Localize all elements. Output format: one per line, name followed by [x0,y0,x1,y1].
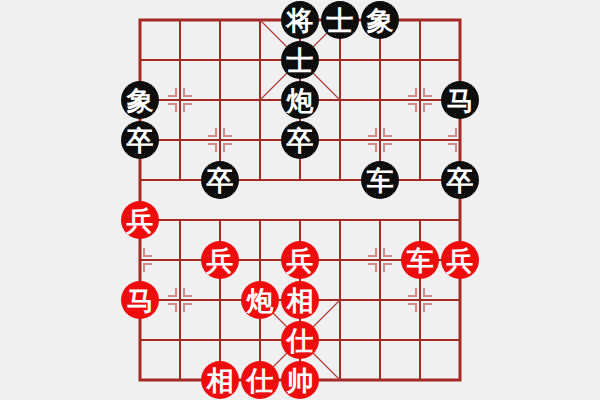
black-soldier[interactable]: 卒 [441,161,479,199]
black-elephant[interactable]: 象 [121,81,159,119]
red-general[interactable]: 帅 [281,361,319,399]
black-advisor[interactable]: 士 [321,1,359,39]
red-soldier[interactable]: 兵 [201,241,239,279]
red-soldier[interactable]: 兵 [441,241,479,279]
black-elephant[interactable]: 象 [361,1,399,39]
red-cannon[interactable]: 炮 [241,281,279,319]
black-advisor[interactable]: 士 [281,41,319,79]
black-horse[interactable]: 马 [441,81,479,119]
pieces-grid: 将士象士象炮马卒卒卒车卒兵兵兵车兵马炮相仕相仕帅 [120,0,480,400]
red-horse[interactable]: 马 [121,281,159,319]
black-soldier[interactable]: 卒 [281,121,319,159]
red-chariot[interactable]: 车 [401,241,439,279]
red-advisor[interactable]: 仕 [281,321,319,359]
red-elephant[interactable]: 相 [201,361,239,399]
xiangqi-board: 将士象士象炮马卒卒卒车卒兵兵兵车兵马炮相仕相仕帅 [0,0,600,400]
black-soldier[interactable]: 卒 [121,121,159,159]
black-cannon[interactable]: 炮 [281,81,319,119]
red-advisor[interactable]: 仕 [241,361,279,399]
black-soldier[interactable]: 卒 [201,161,239,199]
black-general[interactable]: 将 [281,1,319,39]
red-soldier[interactable]: 兵 [281,241,319,279]
black-chariot[interactable]: 车 [361,161,399,199]
red-soldier[interactable]: 兵 [121,201,159,239]
red-elephant[interactable]: 相 [281,281,319,319]
